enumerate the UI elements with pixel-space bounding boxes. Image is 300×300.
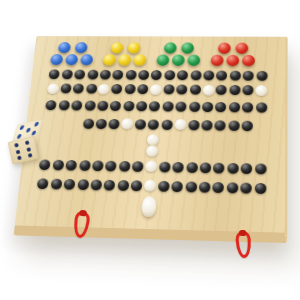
board-cell [212, 158, 226, 178]
blue-peg[interactable] [50, 54, 63, 65]
black-hole-peg [230, 70, 241, 80]
board-cell [225, 177, 239, 197]
board-cell [242, 68, 256, 82]
board-cell [187, 115, 201, 134]
black-hole-peg [100, 69, 111, 79]
die-pip [25, 128, 30, 133]
green-cluster-row [156, 54, 200, 66]
die-pip [17, 156, 22, 161]
board-cell [215, 68, 229, 82]
black-hole-peg [203, 70, 214, 80]
yellow-peg[interactable] [127, 42, 140, 53]
black-hole-peg [148, 119, 159, 129]
board-cell [228, 68, 242, 82]
black-hole-peg [132, 161, 144, 172]
closure-hook-right[interactable] [235, 231, 252, 259]
red-cluster-row [217, 43, 247, 54]
black-hole-peg [149, 101, 160, 111]
board-cell [144, 157, 159, 176]
red-peg[interactable] [242, 55, 255, 67]
black-hole-peg [213, 162, 225, 173]
black-hole-peg [105, 160, 117, 171]
black-hole-peg [176, 84, 187, 94]
black-hole-peg [46, 100, 58, 110]
board-cell [241, 98, 255, 116]
board-cell [201, 97, 215, 115]
black-hole-peg [97, 100, 108, 110]
yellow-peg[interactable] [102, 54, 115, 65]
die-pip [14, 142, 19, 147]
black-hole-peg [77, 179, 89, 190]
board-cell [124, 67, 138, 81]
black-hole-peg [229, 85, 240, 95]
red-peg[interactable] [210, 55, 223, 66]
black-hole-peg [188, 120, 199, 130]
die-pip [19, 125, 24, 130]
board-cell [211, 177, 225, 197]
black-hole-peg [163, 84, 174, 94]
black-hole-peg [104, 179, 116, 190]
board-cell [255, 68, 268, 82]
board-cell [202, 68, 216, 82]
board-cell [188, 82, 202, 97]
black-hole-peg [216, 70, 227, 80]
black-hole-peg [190, 70, 201, 80]
blue-peg[interactable] [80, 54, 93, 65]
red-start-cluster [209, 43, 257, 69]
goal-ball[interactable] [141, 196, 156, 217]
board-cell [226, 158, 240, 178]
die-pip [26, 147, 31, 152]
barricade-peg[interactable] [146, 145, 159, 157]
black-hole-peg [136, 101, 147, 111]
black-hole-peg [242, 102, 253, 112]
black-hole-peg [162, 101, 173, 111]
green-start-cluster [154, 42, 202, 67]
die-pip [28, 153, 33, 158]
black-hole-peg [164, 70, 175, 80]
blue-cluster-row [50, 54, 93, 65]
black-hole-peg [110, 100, 121, 110]
red-cluster-row [210, 55, 254, 67]
board-cell [148, 97, 162, 115]
barricade-peg[interactable] [98, 83, 110, 94]
barricade-peg[interactable] [144, 180, 157, 192]
black-hole-peg [124, 84, 135, 94]
yellow-peg[interactable] [118, 54, 131, 65]
black-hole-peg [215, 120, 226, 130]
black-hole-peg [39, 159, 51, 170]
board-cell [110, 81, 124, 96]
black-hole-peg [138, 70, 149, 80]
black-hole-peg [151, 70, 162, 80]
black-hole-peg [50, 178, 62, 189]
black-hole-peg [185, 181, 197, 192]
photo-scene [0, 0, 300, 300]
black-hole-peg [177, 70, 188, 80]
black-hole-peg [199, 181, 211, 192]
board-cell [86, 67, 100, 81]
green-cluster-row [163, 42, 193, 53]
black-hole-peg [254, 182, 266, 193]
black-hole-peg [216, 85, 227, 95]
board-cell [228, 82, 242, 97]
blue-peg[interactable] [65, 54, 78, 65]
black-hole-peg [215, 102, 226, 112]
black-hole-peg [73, 84, 84, 94]
black-hole-peg [227, 182, 239, 193]
black-hole-peg [256, 70, 267, 80]
board-cell [122, 97, 136, 115]
die[interactable] [4, 119, 48, 164]
green-peg[interactable] [156, 54, 169, 65]
die-pip [25, 140, 30, 145]
board-cell [146, 133, 160, 145]
board-cell [170, 176, 185, 196]
black-hole-peg [62, 69, 73, 79]
board-cell [255, 82, 269, 98]
board-cell [213, 116, 227, 135]
black-hole-peg [227, 162, 239, 173]
black-hole-peg [243, 70, 254, 80]
green-peg[interactable] [171, 55, 184, 66]
board-cell [160, 115, 174, 134]
board-cell [150, 68, 164, 82]
board-cell [97, 81, 111, 96]
blue-peg[interactable] [57, 42, 70, 53]
blue-cluster-row [57, 42, 87, 53]
black-hole-peg [172, 181, 184, 192]
black-hole-peg [173, 161, 185, 172]
board-cell [133, 115, 147, 134]
board-cell [200, 116, 214, 135]
board-cell [198, 177, 212, 197]
board-cell [123, 81, 137, 96]
yellow-start-cluster [101, 42, 148, 67]
barricade-peg[interactable] [145, 160, 158, 172]
barricade-peg[interactable] [47, 83, 59, 94]
board-cell [176, 68, 190, 82]
black-hole-peg [202, 101, 213, 111]
barricade-peg[interactable] [202, 84, 214, 95]
board-cell [161, 97, 175, 115]
board-cell [120, 115, 134, 134]
black-hole-peg [243, 85, 254, 95]
blue-start-cluster [48, 42, 95, 67]
board-cell [136, 81, 150, 96]
black-hole-peg [82, 118, 94, 128]
board-cell [117, 156, 132, 175]
black-hole-peg [92, 160, 104, 171]
black-hole-peg [135, 119, 146, 129]
black-hole-peg [112, 69, 123, 79]
yellow-cluster-row [102, 54, 146, 66]
board-cell [141, 195, 156, 217]
board-cell [215, 82, 229, 97]
barricade-peg[interactable] [174, 119, 186, 130]
board-cell [163, 68, 177, 82]
black-hole-peg [84, 100, 95, 110]
black-hole-peg [161, 119, 172, 129]
black-hole-peg [137, 84, 148, 94]
board-cell [111, 67, 125, 81]
board-cell [129, 175, 144, 195]
board-cell [227, 116, 241, 135]
peg-grid [16, 67, 285, 221]
red-peg[interactable] [217, 43, 230, 54]
black-hole-peg [49, 69, 60, 79]
board-surface [14, 36, 288, 243]
black-hole-peg [96, 118, 108, 128]
board-cell [198, 158, 212, 177]
board-cell [171, 157, 185, 176]
barricade-peg[interactable] [121, 118, 134, 129]
board-cell [185, 157, 199, 176]
black-hole-peg [240, 182, 252, 193]
black-hole-peg [125, 70, 136, 80]
black-hole-peg [256, 102, 267, 112]
black-hole-peg [200, 162, 212, 173]
black-hole-peg [90, 179, 102, 190]
board-cell [214, 97, 228, 115]
black-hole-peg [213, 182, 225, 193]
board-cell [173, 115, 187, 134]
board-cell [253, 159, 267, 179]
black-hole-peg [186, 162, 198, 173]
board-cell [135, 97, 149, 115]
board-cell [253, 178, 267, 198]
board-cell [239, 178, 253, 198]
black-hole-peg [71, 100, 82, 110]
die-pip [31, 131, 36, 136]
black-hole-peg [189, 101, 200, 111]
board-cell [156, 176, 171, 196]
green-peg[interactable] [181, 42, 194, 53]
board-cell [98, 67, 112, 81]
black-hole-peg [52, 159, 64, 170]
board-cell [145, 145, 159, 157]
board-cell [240, 158, 254, 178]
black-hole-peg [58, 100, 70, 110]
black-hole-peg [229, 102, 240, 112]
board-cell [228, 98, 242, 116]
black-hole-peg [117, 180, 129, 191]
board-cell [174, 97, 188, 115]
black-hole-peg [241, 163, 253, 174]
black-hole-peg [109, 119, 121, 129]
black-hole-peg [65, 160, 77, 171]
board-cell [149, 82, 163, 97]
black-hole-peg [64, 178, 76, 189]
board-cell [162, 82, 176, 97]
barricade-peg[interactable] [147, 134, 160, 145]
black-hole-peg [60, 84, 71, 94]
start-areas [33, 36, 286, 68]
board-cell [184, 177, 199, 197]
black-hole-peg [131, 180, 143, 191]
black-hole-peg [86, 84, 97, 94]
board-cell [241, 82, 255, 97]
black-hole-peg [176, 101, 187, 111]
black-hole-peg [119, 160, 131, 171]
black-hole-peg [228, 120, 239, 130]
black-hole-peg [37, 178, 49, 189]
red-peg[interactable] [235, 43, 248, 54]
yellow-cluster-row [110, 42, 140, 53]
barricade-peg[interactable] [255, 85, 267, 96]
black-hole-peg [190, 85, 201, 95]
yellow-peg[interactable] [110, 42, 123, 53]
blue-peg[interactable] [74, 42, 87, 53]
game-board [15, 36, 286, 233]
black-hole-peg [159, 161, 171, 172]
board-cell [147, 115, 161, 134]
yellow-peg[interactable] [133, 54, 146, 65]
black-hole-peg [79, 160, 91, 171]
board-cell [131, 156, 146, 175]
board-cell [241, 116, 255, 135]
black-hole-peg [255, 163, 267, 174]
board-cell [158, 157, 173, 176]
board-cell [187, 97, 201, 115]
board-cell [137, 67, 151, 81]
black-hole-peg [111, 84, 122, 94]
black-hole-peg [158, 180, 170, 191]
black-hole-peg [87, 69, 98, 79]
black-hole-peg [74, 69, 85, 79]
green-peg[interactable] [163, 42, 176, 53]
red-peg[interactable] [226, 55, 239, 66]
black-hole-peg [201, 120, 212, 130]
board-cell [189, 68, 203, 82]
black-hole-peg [123, 101, 134, 111]
die-pip [34, 121, 39, 126]
barricade-peg[interactable] [150, 84, 162, 95]
board-cell [201, 82, 215, 97]
green-peg[interactable] [187, 55, 200, 66]
die-pip [16, 149, 21, 154]
black-hole-peg [242, 120, 253, 130]
board-cell [143, 176, 158, 196]
board-cell [254, 98, 268, 117]
board-cell [175, 82, 189, 97]
board-cell [116, 175, 131, 195]
